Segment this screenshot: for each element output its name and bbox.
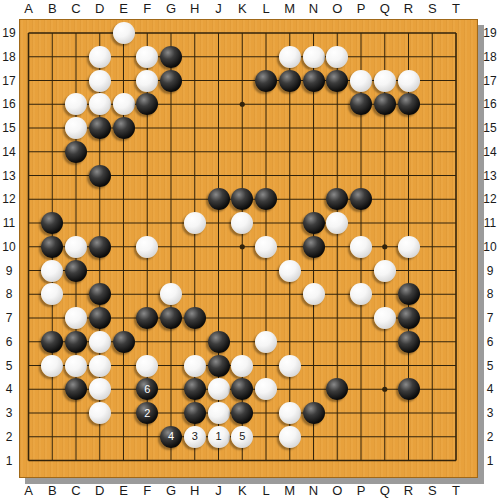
stone-white-F17 [136, 70, 158, 92]
stone-white-R10 [398, 236, 420, 258]
coord-label-right-10: 10 [481, 240, 499, 254]
coord-label-top-P: P [352, 2, 370, 16]
move-number-label-1: 1 [215, 431, 221, 442]
star-point-K16 [240, 102, 245, 107]
coord-label-bottom-A: A [20, 484, 38, 498]
stone-white-M3 [279, 402, 301, 424]
stone-black-L17 [255, 70, 277, 92]
stone-white-D18 [89, 46, 111, 68]
stone-white-H2: 3 [184, 426, 206, 448]
stone-black-J6 [208, 331, 230, 353]
stone-white-H5 [184, 355, 206, 377]
stone-white-C10 [65, 236, 87, 258]
coord-label-bottom-Q: Q [376, 484, 394, 498]
coord-label-right-6: 6 [481, 335, 499, 349]
coord-label-bottom-O: O [328, 484, 346, 498]
coord-label-left-4: 4 [0, 382, 18, 396]
stone-white-F10 [136, 236, 158, 258]
move-number-label-5: 5 [239, 431, 245, 442]
stone-white-N8 [303, 283, 325, 305]
coord-label-left-10: 10 [0, 240, 18, 254]
stone-black-N11 [303, 212, 325, 234]
coord-label-left-5: 5 [0, 359, 18, 373]
coord-label-bottom-N: N [305, 484, 323, 498]
coord-label-bottom-C: C [67, 484, 85, 498]
coord-label-right-2: 2 [481, 430, 499, 444]
coord-label-right-9: 9 [481, 264, 499, 278]
stone-black-C6 [65, 331, 87, 353]
coord-label-left-16: 16 [0, 97, 18, 111]
coord-label-left-15: 15 [0, 121, 18, 135]
coord-label-left-7: 7 [0, 311, 18, 325]
stone-white-L6 [255, 331, 277, 353]
stone-black-G2: 4 [160, 426, 182, 448]
stone-white-P10 [350, 236, 372, 258]
coord-label-top-B: B [43, 2, 61, 16]
coord-label-bottom-R: R [400, 484, 418, 498]
stone-white-M18 [279, 46, 301, 68]
stone-white-R17 [398, 70, 420, 92]
stone-black-N17 [303, 70, 325, 92]
coord-label-right-14: 14 [481, 145, 499, 159]
stone-white-D5 [89, 355, 111, 377]
coord-label-left-6: 6 [0, 335, 18, 349]
stone-black-H3 [184, 402, 206, 424]
coord-label-bottom-L: L [257, 484, 275, 498]
stone-white-O18 [326, 46, 348, 68]
coord-label-bottom-S: S [423, 484, 441, 498]
coord-label-bottom-G: G [162, 484, 180, 498]
stone-black-C9 [65, 260, 87, 282]
coord-label-top-A: A [20, 2, 38, 16]
coord-label-right-18: 18 [481, 50, 499, 64]
stone-black-J5 [208, 355, 230, 377]
stone-black-C14 [65, 141, 87, 163]
coord-label-top-D: D [91, 2, 109, 16]
stone-black-D13 [89, 165, 111, 187]
move-number-label-4: 4 [168, 431, 174, 442]
stone-white-C15 [65, 117, 87, 139]
stone-white-Q17 [374, 70, 396, 92]
coord-label-left-18: 18 [0, 50, 18, 64]
coord-label-top-M: M [281, 2, 299, 16]
move-number-label-6: 6 [144, 384, 150, 395]
stone-black-E15 [113, 117, 135, 139]
stone-black-N3 [303, 402, 325, 424]
stone-black-D15 [89, 117, 111, 139]
star-point-Q10 [382, 244, 387, 249]
coord-label-top-C: C [67, 2, 85, 16]
coord-label-left-17: 17 [0, 74, 18, 88]
stone-white-J2: 1 [208, 426, 230, 448]
stone-white-K5 [231, 355, 253, 377]
coord-label-top-E: E [115, 2, 133, 16]
stone-black-G18 [160, 46, 182, 68]
stone-black-B10 [41, 236, 63, 258]
stone-black-D8 [89, 283, 111, 305]
coord-label-right-17: 17 [481, 74, 499, 88]
coord-label-top-K: K [233, 2, 251, 16]
stone-black-J12 [208, 188, 230, 210]
stone-black-M17 [279, 70, 301, 92]
coord-label-top-H: H [186, 2, 204, 16]
coord-label-bottom-E: E [115, 484, 133, 498]
coord-label-top-F: F [138, 2, 156, 16]
stone-white-P17 [350, 70, 372, 92]
coord-label-right-5: 5 [481, 359, 499, 373]
coord-label-right-11: 11 [481, 216, 499, 230]
coord-label-left-2: 2 [0, 430, 18, 444]
stone-black-G17 [160, 70, 182, 92]
coord-label-bottom-B: B [43, 484, 61, 498]
coord-label-left-19: 19 [0, 26, 18, 40]
stone-white-J3 [208, 402, 230, 424]
move-number-label-2: 2 [144, 408, 150, 419]
coord-label-left-11: 11 [0, 216, 18, 230]
stone-black-R8 [398, 283, 420, 305]
stone-black-R7 [398, 307, 420, 329]
coord-label-left-3: 3 [0, 406, 18, 420]
coord-label-left-8: 8 [0, 287, 18, 301]
stone-black-E6 [113, 331, 135, 353]
star-point-Q4 [382, 387, 387, 392]
stone-white-B9 [41, 260, 63, 282]
stone-white-Q7 [374, 307, 396, 329]
coord-label-bottom-K: K [233, 484, 251, 498]
coord-label-right-7: 7 [481, 311, 499, 325]
stone-white-J4 [208, 378, 230, 400]
stone-white-M9 [279, 260, 301, 282]
stone-white-C7 [65, 307, 87, 329]
stone-black-H7 [184, 307, 206, 329]
stone-white-D4 [89, 378, 111, 400]
stone-white-E19 [113, 22, 135, 44]
coord-label-bottom-P: P [352, 484, 370, 498]
stone-black-R4 [398, 378, 420, 400]
stone-white-F5 [136, 355, 158, 377]
coord-label-left-13: 13 [0, 169, 18, 183]
coord-label-top-J: J [210, 2, 228, 16]
coord-label-right-8: 8 [481, 287, 499, 301]
stone-white-Q9 [374, 260, 396, 282]
stone-white-E16 [113, 93, 135, 115]
coord-label-top-N: N [305, 2, 323, 16]
coord-label-left-12: 12 [0, 192, 18, 206]
stone-white-B5 [41, 355, 63, 377]
coord-label-left-1: 1 [0, 454, 18, 468]
stone-white-D17 [89, 70, 111, 92]
coord-label-bottom-H: H [186, 484, 204, 498]
stone-white-C5 [65, 355, 87, 377]
move-number-label-3: 3 [192, 431, 198, 442]
stone-black-R6 [398, 331, 420, 353]
stone-white-D3 [89, 402, 111, 424]
stone-white-M5 [279, 355, 301, 377]
coord-label-left-14: 14 [0, 145, 18, 159]
coord-label-top-G: G [162, 2, 180, 16]
coord-label-top-T: T [447, 2, 465, 16]
coord-label-right-3: 3 [481, 406, 499, 420]
coord-label-top-O: O [328, 2, 346, 16]
coord-label-right-13: 13 [481, 169, 499, 183]
go-diagram-page: AABBCCDDEEFFGGHHJJKKLLMMNNOOPPQQRRSSTT19… [0, 0, 500, 500]
stone-black-D10 [89, 236, 111, 258]
stone-white-D16 [89, 93, 111, 115]
star-point-K10 [240, 244, 245, 249]
coord-label-top-Q: Q [376, 2, 394, 16]
stone-white-N18 [303, 46, 325, 68]
coord-label-right-4: 4 [481, 382, 499, 396]
coord-label-bottom-D: D [91, 484, 109, 498]
stone-black-Q16 [374, 93, 396, 115]
stone-white-D6 [89, 331, 111, 353]
coord-label-bottom-J: J [210, 484, 228, 498]
coord-label-bottom-F: F [138, 484, 156, 498]
coord-label-right-1: 1 [481, 454, 499, 468]
coord-label-right-12: 12 [481, 192, 499, 206]
coord-label-bottom-M: M [281, 484, 299, 498]
stone-white-K2: 5 [231, 426, 253, 448]
stone-black-G7 [160, 307, 182, 329]
stone-black-B6 [41, 331, 63, 353]
stone-black-H4 [184, 378, 206, 400]
stone-white-H11 [184, 212, 206, 234]
coord-label-right-15: 15 [481, 121, 499, 135]
coord-label-top-L: L [257, 2, 275, 16]
coord-label-bottom-T: T [447, 484, 465, 498]
stone-black-O17 [326, 70, 348, 92]
coord-label-top-R: R [400, 2, 418, 16]
coord-label-right-16: 16 [481, 97, 499, 111]
coord-label-top-S: S [423, 2, 441, 16]
stone-black-R16 [398, 93, 420, 115]
stone-black-D7 [89, 307, 111, 329]
stone-black-N10 [303, 236, 325, 258]
stone-white-M2 [279, 426, 301, 448]
stone-white-L10 [255, 236, 277, 258]
coord-label-right-19: 19 [481, 26, 499, 40]
coord-label-left-9: 9 [0, 264, 18, 278]
stone-white-F18 [136, 46, 158, 68]
